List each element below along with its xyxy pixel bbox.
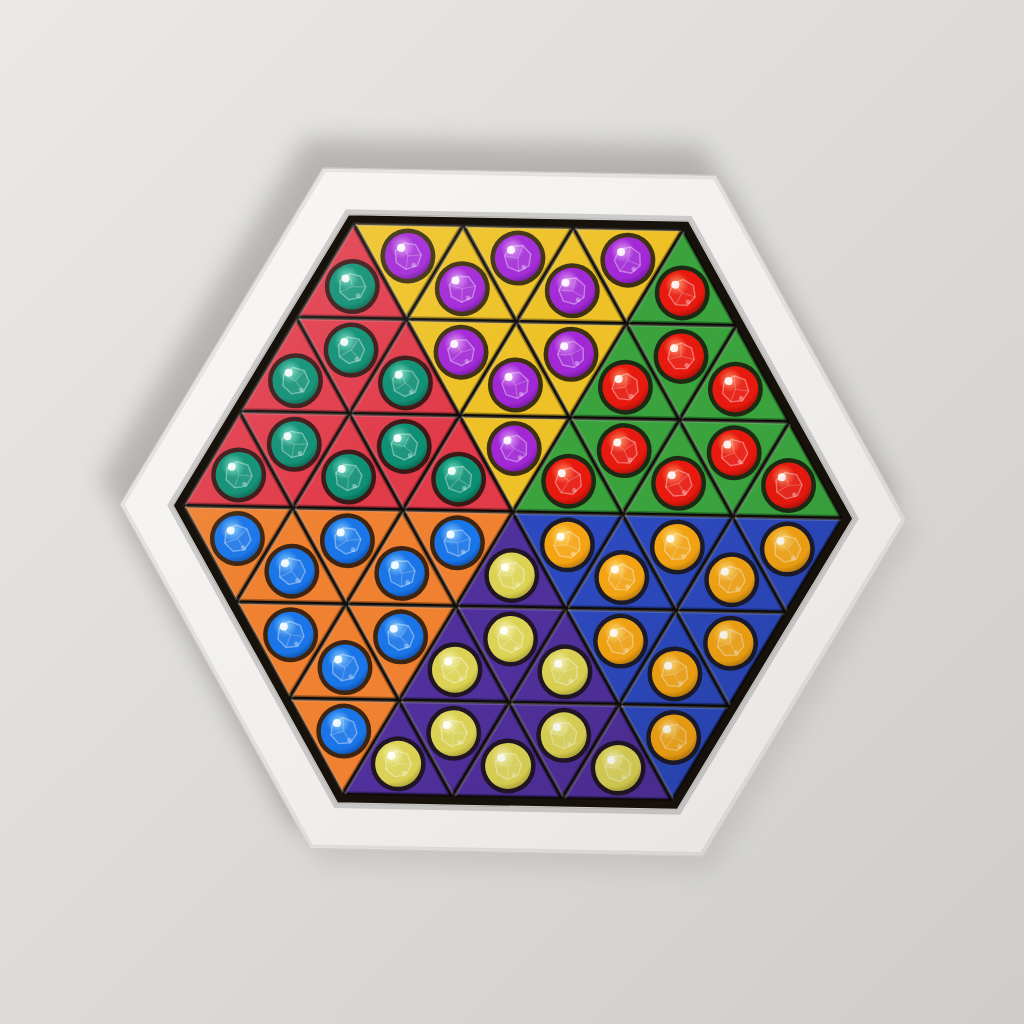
tile-bevel-edge bbox=[239, 600, 343, 602]
tile-bevel-edge bbox=[455, 795, 559, 797]
gem-facet-spoke bbox=[462, 289, 463, 303]
gem-facet-spoke bbox=[563, 735, 564, 749]
tile-bevel-edge bbox=[629, 322, 733, 324]
tile-bevel-edge bbox=[573, 416, 677, 418]
puzzle-board-photo bbox=[0, 0, 1024, 1024]
tile-bevel-edge bbox=[512, 701, 616, 703]
tile-bevel-edge bbox=[569, 607, 673, 609]
tile-bevel-edge bbox=[565, 797, 669, 799]
gem-facet-spoke bbox=[398, 764, 412, 765]
gem-facet-spoke bbox=[622, 564, 623, 578]
tile-bevel-edge bbox=[519, 320, 623, 322]
tile-bevel-edge bbox=[243, 410, 347, 412]
tile-bevel-edge bbox=[292, 697, 396, 699]
gem-facet-spoke bbox=[498, 575, 512, 576]
tile-bevel-edge bbox=[410, 318, 514, 320]
tile-bevel-edge bbox=[300, 316, 404, 318]
tile-bevel-edge bbox=[679, 609, 783, 611]
tile-bevel-edge bbox=[345, 793, 449, 795]
tile-bevel-edge bbox=[463, 414, 567, 416]
gem-facet-spoke bbox=[558, 354, 572, 355]
gem-facet-spoke bbox=[559, 290, 573, 291]
tile-bevel-edge bbox=[459, 605, 563, 607]
tile-bevel-edge bbox=[626, 513, 730, 515]
tile-bevel-edge bbox=[516, 510, 620, 512]
tile-bevel-edge bbox=[683, 418, 787, 420]
tile-bevel-edge bbox=[353, 412, 457, 414]
tile-bevel-edge bbox=[349, 603, 453, 605]
gem-facet-spoke bbox=[730, 630, 731, 644]
tile-bevel-edge bbox=[296, 506, 400, 508]
tile-bevel-edge bbox=[186, 504, 290, 506]
tile-bevel-edge bbox=[622, 703, 726, 705]
gem-facet-spoke bbox=[294, 444, 308, 445]
tile-bevel-edge bbox=[736, 515, 840, 517]
tile-bevel-edge bbox=[406, 508, 510, 510]
tile-bevel-edge bbox=[402, 699, 506, 701]
photo-canvas bbox=[0, 0, 1024, 1024]
